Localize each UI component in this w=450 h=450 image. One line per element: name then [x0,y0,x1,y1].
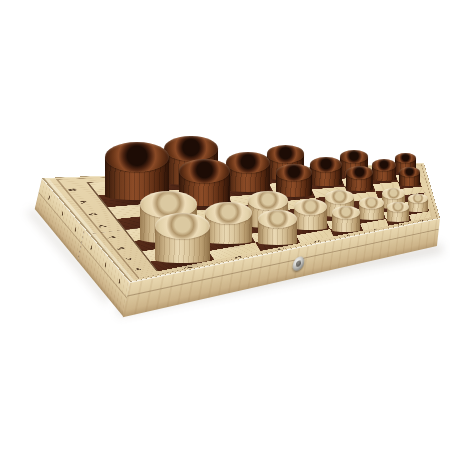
piece-top [372,159,396,170]
piece-top [105,142,169,172]
nail-icon [105,262,107,267]
piece-light-e1 [332,206,360,232]
nail-icon [75,227,77,232]
piece-dark-f6 [346,166,373,191]
piece-light-b2 [205,202,251,245]
piece-dark-e7 [310,157,341,186]
piece-top [310,157,341,172]
piece-top [155,213,209,239]
piece-dark-h6 [399,167,420,186]
piece-top [205,202,251,224]
clasp-latch-icon [292,255,306,272]
piece-top [382,188,404,199]
piece-light-d2 [294,199,327,230]
nail-icon [90,245,92,250]
piece-top [395,153,416,163]
piece-top [258,210,296,228]
piece-light-f2 [359,197,384,220]
piece-top [164,136,217,162]
piece-light-a1 [155,213,209,263]
nail-icon [119,279,121,284]
checkers-product-photo: ABCDEFGH 12345678 [0,0,450,450]
piece-top [226,152,269,173]
piece-dark-g7 [372,159,396,181]
piece-light-g1 [387,202,409,222]
piece-light-h2 [408,194,428,212]
piece-top [399,167,420,177]
piece-top [359,197,384,209]
piece-top [408,194,428,203]
nail-icon [62,211,64,216]
piece-top [340,150,368,163]
nail-icon [48,195,50,199]
piece-top [267,145,304,163]
piece-light-c1 [258,210,296,245]
piece-dark-c7 [226,152,269,192]
